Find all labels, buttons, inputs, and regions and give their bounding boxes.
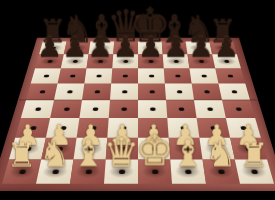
square-a5[interactable]	[26, 83, 58, 100]
piece-black-pawn[interactable]: ♟	[163, 34, 188, 62]
piece-black-pawn[interactable]: ♟	[138, 34, 163, 62]
square-f7[interactable]: ♟	[162, 54, 189, 68]
piece-black-pawn[interactable]: ♟	[37, 34, 62, 62]
square-d4[interactable]	[108, 100, 137, 118]
piece-white-knight[interactable]: ♞	[39, 137, 71, 173]
piece-black-pawn[interactable]: ♟	[188, 34, 213, 62]
piece-black-pawn[interactable]: ♟	[62, 34, 87, 62]
square-h1[interactable]: ♜	[234, 160, 273, 184]
square-f4[interactable]	[166, 100, 197, 118]
square-e1[interactable]: ♚	[138, 160, 172, 184]
square-g7[interactable]: ♟	[187, 54, 215, 68]
square-d1[interactable]: ♛	[103, 160, 137, 184]
piece-black-pawn[interactable]: ♟	[213, 34, 238, 62]
square-c7[interactable]: ♟	[86, 54, 113, 68]
square-a7[interactable]: ♟	[35, 54, 64, 68]
square-e5[interactable]	[138, 83, 166, 100]
square-g5[interactable]	[191, 83, 221, 100]
square-b4[interactable]	[50, 100, 82, 118]
square-c4[interactable]	[79, 100, 110, 118]
square-h4[interactable]	[222, 100, 255, 118]
piece-white-bishop[interactable]: ♝	[171, 136, 204, 173]
square-b1[interactable]: ♞	[35, 160, 72, 184]
square-b7[interactable]: ♟	[60, 54, 88, 68]
square-d5[interactable]	[110, 83, 138, 100]
piece-white-rook[interactable]: ♜	[239, 139, 269, 172]
square-h7[interactable]: ♟	[212, 54, 241, 68]
square-g6[interactable]	[189, 68, 218, 83]
piece-white-queen[interactable]: ♛	[103, 132, 139, 172]
square-c6[interactable]	[84, 68, 112, 83]
square-f1[interactable]: ♝	[170, 160, 206, 184]
square-f5[interactable]	[164, 83, 193, 100]
square-a6[interactable]	[30, 68, 60, 83]
square-g4[interactable]	[194, 100, 226, 118]
piece-white-king[interactable]: ♚	[135, 130, 173, 173]
square-d6[interactable]	[111, 68, 138, 83]
square-b5[interactable]	[54, 83, 84, 100]
square-c5[interactable]	[82, 83, 111, 100]
piece-white-bishop[interactable]: ♝	[71, 136, 104, 173]
square-f6[interactable]	[163, 68, 191, 83]
square-e4[interactable]	[138, 100, 167, 118]
square-h5[interactable]	[218, 83, 250, 100]
square-h6[interactable]	[215, 68, 245, 83]
chess-board: ♜♞♝♛♚♝♞♜♟♟♟♟♟♟♟♟♟♟♟♟♟♟♟♟♜♞♝♛♚♝♞♜	[0, 38, 275, 191]
piece-white-knight[interactable]: ♞	[205, 137, 237, 173]
piece-white-rook[interactable]: ♜	[6, 139, 36, 172]
piece-black-pawn[interactable]: ♟	[87, 34, 112, 62]
square-e7[interactable]: ♟	[138, 54, 164, 68]
square-d7[interactable]: ♟	[112, 54, 138, 68]
piece-black-pawn[interactable]: ♟	[112, 34, 137, 62]
square-g1[interactable]: ♞	[202, 160, 239, 184]
chess-photo-scene: ♜♞♝♛♚♝♞♜♟♟♟♟♟♟♟♟♟♟♟♟♟♟♟♟♜♞♝♛♚♝♞♜	[0, 0, 275, 200]
square-c1[interactable]: ♝	[69, 160, 105, 184]
square-a1[interactable]: ♜	[1, 160, 40, 184]
square-a4[interactable]	[20, 100, 53, 118]
square-b6[interactable]	[57, 68, 86, 83]
square-e6[interactable]	[138, 68, 165, 83]
